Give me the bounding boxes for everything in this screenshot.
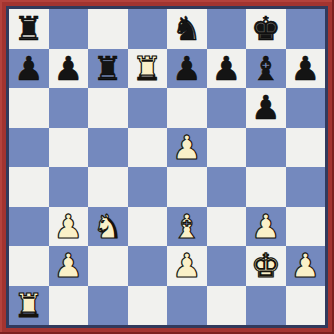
square-a3[interactable] <box>9 207 49 247</box>
black-knight: ♞ <box>172 9 202 49</box>
square-e4[interactable] <box>167 167 207 207</box>
square-g2[interactable]: ♚ <box>246 246 286 286</box>
board-frame: ♜♞♚♟♟♜♜♟♟♝♟♟♟♟♞♝♟♟♟♚♟♜ <box>0 0 334 334</box>
square-g1[interactable] <box>246 286 286 326</box>
white-rook: ♜ <box>14 286 44 326</box>
square-d4[interactable] <box>128 167 168 207</box>
black-king: ♚ <box>251 9 281 49</box>
square-g6[interactable]: ♟ <box>246 88 286 128</box>
square-a4[interactable] <box>9 167 49 207</box>
square-c2[interactable] <box>88 246 128 286</box>
white-pawn: ♟ <box>172 128 202 168</box>
square-h7[interactable]: ♟ <box>286 49 326 89</box>
square-c1[interactable] <box>88 286 128 326</box>
square-e8[interactable]: ♞ <box>167 9 207 49</box>
board-inner-border: ♜♞♚♟♟♜♜♟♟♝♟♟♟♟♞♝♟♟♟♚♟♜ <box>6 6 328 328</box>
square-e5[interactable]: ♟ <box>167 128 207 168</box>
square-a5[interactable] <box>9 128 49 168</box>
white-pawn: ♟ <box>290 246 320 286</box>
square-h1[interactable] <box>286 286 326 326</box>
white-pawn: ♟ <box>53 246 83 286</box>
square-b2[interactable]: ♟ <box>49 246 89 286</box>
black-pawn: ♟ <box>290 49 320 89</box>
square-h5[interactable] <box>286 128 326 168</box>
square-e1[interactable] <box>167 286 207 326</box>
square-d8[interactable] <box>128 9 168 49</box>
square-f3[interactable] <box>207 207 247 247</box>
square-c6[interactable] <box>88 88 128 128</box>
white-pawn: ♟ <box>53 207 83 247</box>
square-b5[interactable] <box>49 128 89 168</box>
square-a1[interactable]: ♜ <box>9 286 49 326</box>
square-a6[interactable] <box>9 88 49 128</box>
square-e6[interactable] <box>167 88 207 128</box>
square-h8[interactable] <box>286 9 326 49</box>
square-f6[interactable] <box>207 88 247 128</box>
square-c8[interactable] <box>88 9 128 49</box>
square-b4[interactable] <box>49 167 89 207</box>
square-b1[interactable] <box>49 286 89 326</box>
square-f7[interactable]: ♟ <box>207 49 247 89</box>
square-c5[interactable] <box>88 128 128 168</box>
black-pawn: ♟ <box>53 49 83 89</box>
square-g7[interactable]: ♝ <box>246 49 286 89</box>
white-rook: ♜ <box>132 49 162 89</box>
square-h3[interactable] <box>286 207 326 247</box>
square-c3[interactable]: ♞ <box>88 207 128 247</box>
black-pawn: ♟ <box>172 49 202 89</box>
white-pawn: ♟ <box>172 246 202 286</box>
square-f4[interactable] <box>207 167 247 207</box>
white-king: ♚ <box>251 246 281 286</box>
black-pawn: ♟ <box>251 88 281 128</box>
square-h2[interactable]: ♟ <box>286 246 326 286</box>
square-d5[interactable] <box>128 128 168 168</box>
black-pawn: ♟ <box>211 49 241 89</box>
square-h6[interactable] <box>286 88 326 128</box>
square-f8[interactable] <box>207 9 247 49</box>
square-d1[interactable] <box>128 286 168 326</box>
square-b7[interactable]: ♟ <box>49 49 89 89</box>
square-d2[interactable] <box>128 246 168 286</box>
white-pawn: ♟ <box>251 207 281 247</box>
square-g4[interactable] <box>246 167 286 207</box>
square-c4[interactable] <box>88 167 128 207</box>
square-a2[interactable] <box>9 246 49 286</box>
square-b3[interactable]: ♟ <box>49 207 89 247</box>
black-rook: ♜ <box>14 9 44 49</box>
square-f1[interactable] <box>207 286 247 326</box>
square-b6[interactable] <box>49 88 89 128</box>
square-g5[interactable] <box>246 128 286 168</box>
square-e2[interactable]: ♟ <box>167 246 207 286</box>
square-f5[interactable] <box>207 128 247 168</box>
square-a8[interactable]: ♜ <box>9 9 49 49</box>
white-bishop: ♝ <box>172 207 202 247</box>
square-g3[interactable]: ♟ <box>246 207 286 247</box>
square-d7[interactable]: ♜ <box>128 49 168 89</box>
square-d3[interactable] <box>128 207 168 247</box>
black-rook: ♜ <box>93 49 123 89</box>
square-d6[interactable] <box>128 88 168 128</box>
square-c7[interactable]: ♜ <box>88 49 128 89</box>
square-e3[interactable]: ♝ <box>167 207 207 247</box>
square-a7[interactable]: ♟ <box>9 49 49 89</box>
black-pawn: ♟ <box>14 49 44 89</box>
square-h4[interactable] <box>286 167 326 207</box>
square-f2[interactable] <box>207 246 247 286</box>
white-knight: ♞ <box>93 207 123 247</box>
square-e7[interactable]: ♟ <box>167 49 207 89</box>
chess-board: ♜♞♚♟♟♜♜♟♟♝♟♟♟♟♞♝♟♟♟♚♟♜ <box>9 9 325 325</box>
square-g8[interactable]: ♚ <box>246 9 286 49</box>
square-b8[interactable] <box>49 9 89 49</box>
black-bishop: ♝ <box>251 49 281 89</box>
